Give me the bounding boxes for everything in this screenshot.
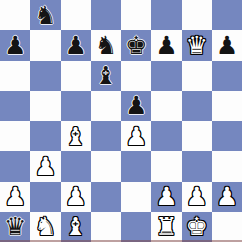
square-e6[interactable] bbox=[121, 61, 151, 91]
square-c7[interactable]: ♟ bbox=[61, 30, 91, 60]
square-h5[interactable] bbox=[212, 91, 242, 121]
square-a4[interactable] bbox=[0, 121, 30, 151]
square-c8[interactable] bbox=[61, 0, 91, 30]
piece-white-queen[interactable]: ♛ bbox=[185, 32, 207, 57]
piece-white-king[interactable]: ♚ bbox=[185, 214, 207, 239]
square-d6[interactable]: ♝ bbox=[91, 61, 121, 91]
piece-white-bishop[interactable]: ♝ bbox=[64, 214, 86, 239]
square-h4[interactable] bbox=[212, 121, 242, 151]
square-e2[interactable] bbox=[121, 182, 151, 212]
square-g8[interactable] bbox=[182, 0, 212, 30]
square-e5[interactable]: ♟ bbox=[121, 91, 151, 121]
chess-board-wrap: ♞♟♟♞♚♟♛♟♝♟♝♟♟♟♟♟♟♟♛♞♝♜♚ bbox=[0, 0, 242, 242]
piece-white-rook[interactable]: ♜ bbox=[155, 214, 177, 239]
piece-black-bishop[interactable]: ♝ bbox=[95, 63, 117, 88]
square-d1[interactable] bbox=[91, 212, 121, 242]
piece-white-pawn[interactable]: ♟ bbox=[34, 153, 56, 178]
square-a2[interactable]: ♟ bbox=[0, 182, 30, 212]
square-g2[interactable]: ♟ bbox=[182, 182, 212, 212]
piece-white-pawn[interactable]: ♟ bbox=[216, 184, 238, 209]
square-a1[interactable]: ♛ bbox=[0, 212, 30, 242]
square-c1[interactable]: ♝ bbox=[61, 212, 91, 242]
square-e1[interactable] bbox=[121, 212, 151, 242]
square-g5[interactable] bbox=[182, 91, 212, 121]
square-c6[interactable] bbox=[61, 61, 91, 91]
square-d4[interactable] bbox=[91, 121, 121, 151]
square-f6[interactable] bbox=[151, 61, 181, 91]
square-c2[interactable]: ♟ bbox=[61, 182, 91, 212]
piece-white-knight[interactable]: ♞ bbox=[34, 214, 56, 239]
square-g6[interactable] bbox=[182, 61, 212, 91]
square-b7[interactable] bbox=[30, 30, 60, 60]
square-a8[interactable] bbox=[0, 0, 30, 30]
square-c3[interactable] bbox=[61, 151, 91, 181]
piece-black-pawn[interactable]: ♟ bbox=[155, 32, 177, 57]
square-g7[interactable]: ♛ bbox=[182, 30, 212, 60]
piece-black-knight[interactable]: ♞ bbox=[34, 2, 56, 27]
square-h7[interactable]: ♟ bbox=[212, 30, 242, 60]
square-e7[interactable]: ♚ bbox=[121, 30, 151, 60]
piece-black-pawn[interactable]: ♟ bbox=[64, 32, 86, 57]
square-d2[interactable] bbox=[91, 182, 121, 212]
square-e3[interactable] bbox=[121, 151, 151, 181]
piece-black-knight[interactable]: ♞ bbox=[95, 32, 117, 57]
piece-white-pawn[interactable]: ♟ bbox=[64, 184, 86, 209]
square-d8[interactable] bbox=[91, 0, 121, 30]
square-c4[interactable]: ♝ bbox=[61, 121, 91, 151]
square-f7[interactable]: ♟ bbox=[151, 30, 181, 60]
piece-white-pawn[interactable]: ♟ bbox=[155, 184, 177, 209]
square-h1[interactable] bbox=[212, 212, 242, 242]
piece-black-pawn[interactable]: ♟ bbox=[216, 32, 238, 57]
square-e4[interactable]: ♟ bbox=[121, 121, 151, 151]
square-h2[interactable]: ♟ bbox=[212, 182, 242, 212]
piece-white-pawn[interactable]: ♟ bbox=[4, 184, 26, 209]
square-b6[interactable] bbox=[30, 61, 60, 91]
square-d7[interactable]: ♞ bbox=[91, 30, 121, 60]
square-a5[interactable] bbox=[0, 91, 30, 121]
square-f5[interactable] bbox=[151, 91, 181, 121]
square-g3[interactable] bbox=[182, 151, 212, 181]
square-b8[interactable]: ♞ bbox=[30, 0, 60, 30]
square-b4[interactable] bbox=[30, 121, 60, 151]
square-f4[interactable] bbox=[151, 121, 181, 151]
square-a6[interactable] bbox=[0, 61, 30, 91]
chess-board: ♞♟♟♞♚♟♛♟♝♟♝♟♟♟♟♟♟♟♛♞♝♜♚ bbox=[0, 0, 242, 242]
square-a7[interactable]: ♟ bbox=[0, 30, 30, 60]
piece-black-pawn[interactable]: ♟ bbox=[4, 32, 26, 57]
square-f2[interactable]: ♟ bbox=[151, 182, 181, 212]
square-a3[interactable] bbox=[0, 151, 30, 181]
square-b1[interactable]: ♞ bbox=[30, 212, 60, 242]
square-b2[interactable] bbox=[30, 182, 60, 212]
square-e8[interactable] bbox=[121, 0, 151, 30]
square-b3[interactable]: ♟ bbox=[30, 151, 60, 181]
piece-white-pawn[interactable]: ♟ bbox=[185, 184, 207, 209]
square-b5[interactable] bbox=[30, 91, 60, 121]
square-g4[interactable] bbox=[182, 121, 212, 151]
square-h6[interactable] bbox=[212, 61, 242, 91]
square-f1[interactable]: ♜ bbox=[151, 212, 181, 242]
square-f3[interactable] bbox=[151, 151, 181, 181]
square-d5[interactable] bbox=[91, 91, 121, 121]
piece-black-king[interactable]: ♚ bbox=[125, 32, 147, 57]
piece-black-pawn[interactable]: ♟ bbox=[125, 93, 147, 118]
square-c5[interactable] bbox=[61, 91, 91, 121]
square-g1[interactable]: ♚ bbox=[182, 212, 212, 242]
square-f8[interactable] bbox=[151, 0, 181, 30]
square-h8[interactable] bbox=[212, 0, 242, 30]
square-d3[interactable] bbox=[91, 151, 121, 181]
piece-white-bishop[interactable]: ♝ bbox=[64, 123, 86, 148]
square-h3[interactable] bbox=[212, 151, 242, 181]
piece-white-pawn[interactable]: ♟ bbox=[125, 123, 147, 148]
piece-black-queen[interactable]: ♛ bbox=[4, 214, 26, 239]
